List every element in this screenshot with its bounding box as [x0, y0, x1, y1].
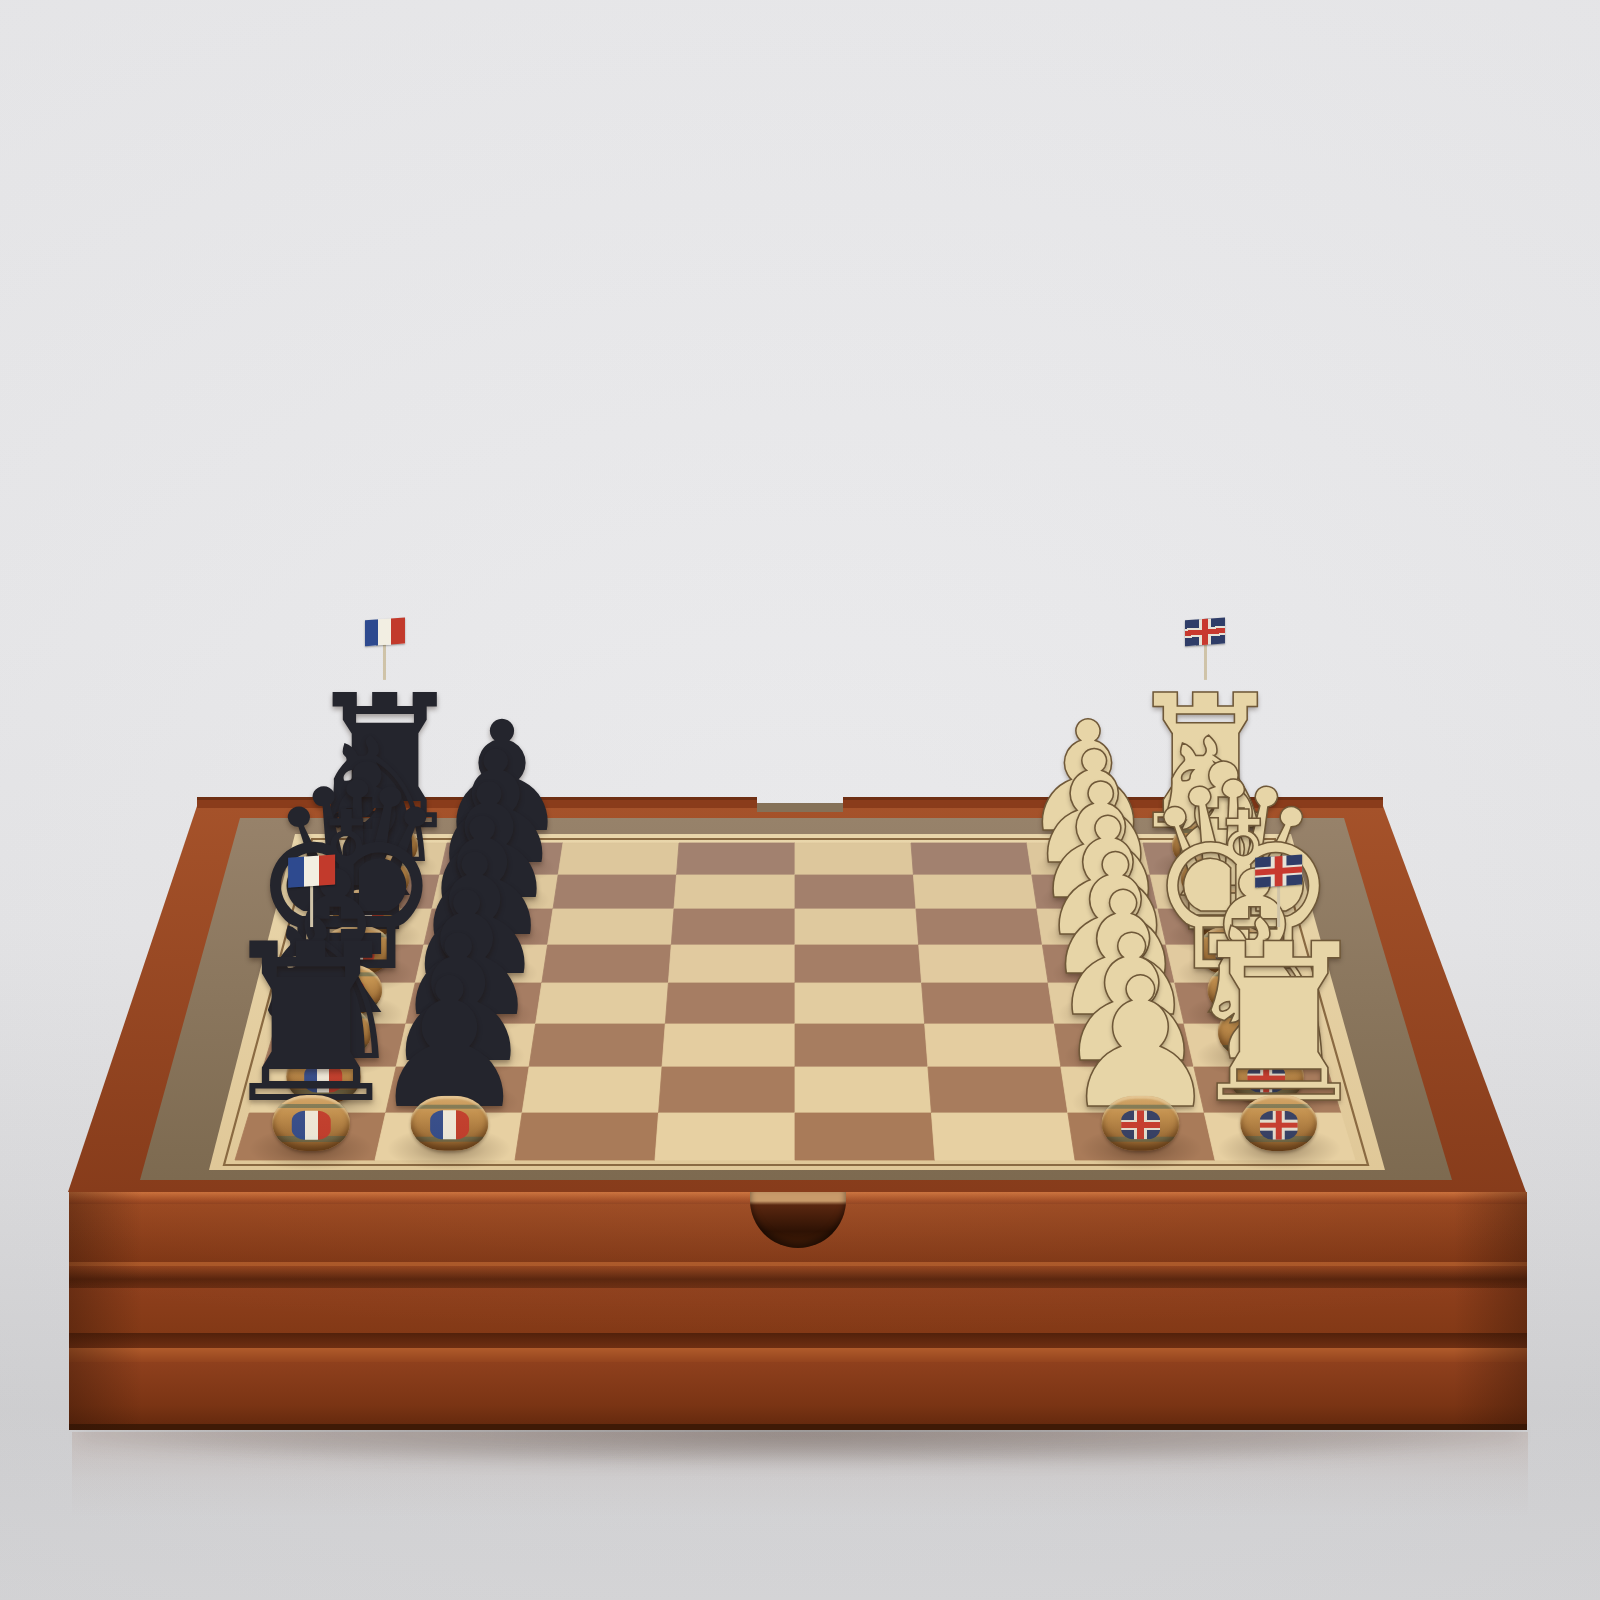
screenshot-root: ♜♟♟♜♞♟♟♞♝♟♟♝♛♟♟♛♚♟♟♚♝♟♟♝♞♟♟♞♜♟♟♜	[0, 0, 1600, 1600]
square-e6[interactable]	[536, 983, 669, 1024]
square-b6[interactable]	[553, 875, 677, 909]
square-c3[interactable]	[916, 909, 1042, 945]
square-f4[interactable]	[795, 1024, 928, 1067]
square-h3[interactable]	[931, 1113, 1075, 1160]
flag-cloth	[1185, 617, 1225, 646]
square-a3[interactable]	[911, 843, 1032, 875]
back-finger-notch	[757, 803, 843, 812]
square-c5[interactable]	[671, 909, 795, 945]
square-c4[interactable]	[795, 909, 919, 945]
square-a6[interactable]	[558, 843, 679, 875]
square-h4[interactable]	[795, 1113, 935, 1160]
square-f6[interactable]	[529, 1024, 665, 1067]
union-jack-emblem	[1121, 1111, 1160, 1140]
square-d3[interactable]	[919, 945, 1048, 983]
square-b5[interactable]	[674, 875, 795, 909]
piece-white-r-h1[interactable]: ♜	[1181, 856, 1377, 1151]
square-g4[interactable]	[795, 1067, 931, 1113]
square-d6[interactable]	[542, 945, 671, 983]
square-b3[interactable]	[913, 875, 1037, 909]
square-g3[interactable]	[928, 1067, 1068, 1113]
union-jack-emblem	[1259, 1111, 1298, 1140]
square-h5[interactable]	[655, 1113, 795, 1160]
white-r-glyph: ♜	[1181, 928, 1377, 1125]
barrel-base	[1240, 1095, 1317, 1150]
tricolour-emblem	[292, 1111, 331, 1140]
square-e4[interactable]	[795, 983, 925, 1024]
flag-cloth	[365, 617, 405, 646]
barrel-base	[411, 1095, 488, 1150]
square-c6[interactable]	[548, 909, 674, 945]
square-e3[interactable]	[922, 983, 1055, 1024]
flag-cloth	[1255, 854, 1302, 888]
square-a4[interactable]	[795, 843, 913, 875]
tricolour-emblem	[430, 1111, 469, 1140]
square-b4[interactable]	[795, 875, 916, 909]
square-d4[interactable]	[795, 945, 922, 983]
square-e5[interactable]	[665, 983, 795, 1024]
square-f5[interactable]	[662, 1024, 795, 1067]
flag-cloth	[288, 854, 335, 888]
square-f3[interactable]	[925, 1024, 1061, 1067]
barrel-base	[273, 1095, 350, 1150]
square-g6[interactable]	[522, 1067, 662, 1113]
barrel-base	[1102, 1095, 1179, 1150]
square-g5[interactable]	[659, 1067, 795, 1113]
piece-black-p-h7[interactable]: ♟	[369, 962, 530, 1150]
square-d5[interactable]	[668, 945, 795, 983]
case-front-face	[69, 1192, 1527, 1430]
square-a5[interactable]	[677, 843, 795, 875]
square-h6[interactable]	[515, 1113, 659, 1160]
